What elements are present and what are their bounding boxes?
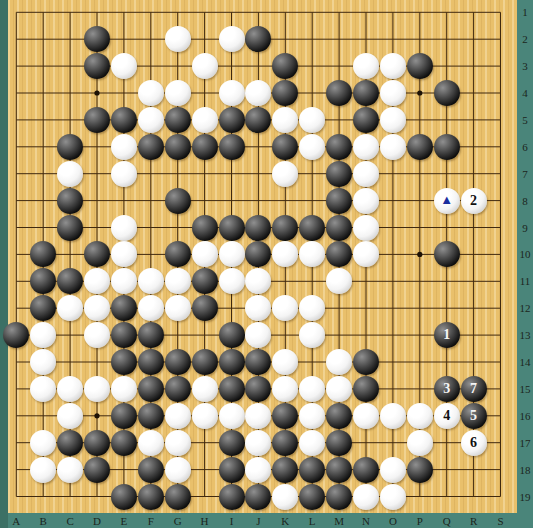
black-stone-M6[interactable]: [326, 134, 352, 160]
black-stone-N4[interactable]: [353, 80, 379, 106]
white-stone-I10[interactable]: [219, 241, 245, 267]
row-label-3: 3: [522, 60, 528, 72]
row-label-14: 14: [520, 356, 531, 368]
black-stone-M18[interactable]: [326, 457, 352, 483]
black-stone-P18[interactable]: [407, 457, 433, 483]
black-stone-L18[interactable]: [299, 457, 325, 483]
white-stone-H10[interactable]: [192, 241, 218, 267]
white-stone-B17[interactable]: [30, 430, 56, 456]
white-stone-N16[interactable]: [353, 403, 379, 429]
black-stone-R15[interactable]: 7: [461, 376, 487, 402]
white-stone-C16[interactable]: [57, 403, 83, 429]
white-stone-N6[interactable]: [353, 134, 379, 160]
row-label-8: 8: [522, 195, 528, 207]
black-stone-H11[interactable]: [192, 268, 218, 294]
row-label-16: 16: [520, 410, 531, 422]
row-label-5: 5: [522, 114, 528, 126]
col-label-K: K: [281, 515, 289, 527]
black-stone-E16[interactable]: [111, 403, 137, 429]
black-stone-J9[interactable]: [245, 215, 271, 241]
row-label-15: 15: [520, 383, 531, 395]
white-stone-H5[interactable]: [192, 107, 218, 133]
white-stone-I2[interactable]: [219, 26, 245, 52]
black-stone-J19[interactable]: [245, 484, 271, 510]
black-stone-N18[interactable]: [353, 457, 379, 483]
row-label-17: 17: [520, 437, 531, 449]
col-label-C: C: [66, 515, 73, 527]
black-stone-M9[interactable]: [326, 215, 352, 241]
white-stone-K5[interactable]: [272, 107, 298, 133]
col-label-G: G: [174, 515, 182, 527]
black-stone-H14[interactable]: [192, 349, 218, 375]
white-stone-E3[interactable]: [111, 53, 137, 79]
black-stone-I9[interactable]: [219, 215, 245, 241]
black-stone-H6[interactable]: [192, 134, 218, 160]
black-stone-G6[interactable]: [165, 134, 191, 160]
black-stone-C9[interactable]: [57, 215, 83, 241]
black-stone-M8[interactable]: [326, 188, 352, 214]
row-coordinate-strip: [517, 0, 533, 528]
white-stone-D12[interactable]: [84, 295, 110, 321]
col-label-S: S: [497, 515, 503, 527]
black-stone-E13[interactable]: [111, 322, 137, 348]
black-stone-N5[interactable]: [353, 107, 379, 133]
black-stone-F16[interactable]: [138, 403, 164, 429]
black-stone-I17[interactable]: [219, 430, 245, 456]
row-label-6: 6: [522, 141, 528, 153]
white-stone-P17[interactable]: [407, 430, 433, 456]
white-stone-G16[interactable]: [165, 403, 191, 429]
white-stone-O5[interactable]: [380, 107, 406, 133]
white-stone-B18[interactable]: [30, 457, 56, 483]
white-stone-H3[interactable]: [192, 53, 218, 79]
black-stone-R16[interactable]: 5: [461, 403, 487, 429]
row-label-10: 10: [520, 248, 531, 260]
black-stone-I15[interactable]: [219, 376, 245, 402]
black-stone-E19[interactable]: [111, 484, 137, 510]
black-stone-K17[interactable]: [272, 430, 298, 456]
black-stone-L9[interactable]: [299, 215, 325, 241]
black-stone-I18[interactable]: [219, 457, 245, 483]
black-stone-K16[interactable]: [272, 403, 298, 429]
black-stone-P6[interactable]: [407, 134, 433, 160]
row-label-13: 13: [520, 329, 531, 341]
black-stone-E14[interactable]: [111, 349, 137, 375]
white-stone-F12[interactable]: [138, 295, 164, 321]
move-number-label-2: 2: [470, 194, 477, 208]
black-stone-K6[interactable]: [272, 134, 298, 160]
black-stone-I19[interactable]: [219, 484, 245, 510]
black-stone-K9[interactable]: [272, 215, 298, 241]
white-stone-Q16[interactable]: 4: [434, 403, 460, 429]
white-stone-F17[interactable]: [138, 430, 164, 456]
white-stone-L15[interactable]: [299, 376, 325, 402]
black-stone-D3[interactable]: [84, 53, 110, 79]
white-stone-G4[interactable]: [165, 80, 191, 106]
white-stone-C7[interactable]: [57, 161, 83, 187]
black-stone-C17[interactable]: [57, 430, 83, 456]
black-stone-M17[interactable]: [326, 430, 352, 456]
black-stone-N15[interactable]: [353, 376, 379, 402]
row-label-7: 7: [522, 168, 528, 180]
black-stone-M4[interactable]: [326, 80, 352, 106]
row-label-4: 4: [522, 87, 528, 99]
black-stone-F13[interactable]: [138, 322, 164, 348]
col-label-E: E: [121, 515, 128, 527]
col-label-F: F: [148, 515, 154, 527]
white-stone-E7[interactable]: [111, 161, 137, 187]
white-stone-E6[interactable]: [111, 134, 137, 160]
white-stone-O6[interactable]: [380, 134, 406, 160]
white-stone-F4[interactable]: [138, 80, 164, 106]
col-label-I: I: [230, 515, 234, 527]
col-label-O: O: [389, 515, 397, 527]
white-stone-L5[interactable]: [299, 107, 325, 133]
white-stone-B14[interactable]: [30, 349, 56, 375]
white-stone-M14[interactable]: [326, 349, 352, 375]
white-stone-E11[interactable]: [111, 268, 137, 294]
black-stone-Q13[interactable]: 1: [434, 322, 460, 348]
black-stone-D5[interactable]: [84, 107, 110, 133]
black-stone-E12[interactable]: [111, 295, 137, 321]
white-stone-E9[interactable]: [111, 215, 137, 241]
white-stone-H15[interactable]: [192, 376, 218, 402]
white-stone-L6[interactable]: [299, 134, 325, 160]
white-stone-R17[interactable]: 6: [461, 430, 487, 456]
black-stone-M19[interactable]: [326, 484, 352, 510]
black-stone-E5[interactable]: [111, 107, 137, 133]
move-number-label-1: 1: [443, 328, 450, 342]
white-stone-C18[interactable]: [57, 457, 83, 483]
black-stone-C6[interactable]: [57, 134, 83, 160]
col-label-J: J: [256, 515, 260, 527]
black-stone-I13[interactable]: [219, 322, 245, 348]
col-label-H: H: [201, 515, 209, 527]
black-stone-P3[interactable]: [407, 53, 433, 79]
move-number-label-6: 6: [470, 436, 477, 450]
white-stone-F5[interactable]: [138, 107, 164, 133]
black-stone-Q6[interactable]: [434, 134, 460, 160]
black-stone-I5[interactable]: [219, 107, 245, 133]
row-label-19: 19: [520, 491, 531, 503]
black-stone-C8[interactable]: [57, 188, 83, 214]
white-stone-H16[interactable]: [192, 403, 218, 429]
row-label-1: 1: [522, 6, 528, 18]
black-stone-E17[interactable]: [111, 430, 137, 456]
black-stone-F6[interactable]: [138, 134, 164, 160]
move-number-label-4: 4: [443, 409, 450, 423]
white-stone-G2[interactable]: [165, 26, 191, 52]
white-stone-J16[interactable]: [245, 403, 271, 429]
black-stone-H9[interactable]: [192, 215, 218, 241]
black-stone-D18[interactable]: [84, 457, 110, 483]
white-stone-K7[interactable]: [272, 161, 298, 187]
move-number-label-7: 7: [470, 382, 477, 396]
white-stone-J17[interactable]: [245, 430, 271, 456]
white-stone-O18[interactable]: [380, 457, 406, 483]
black-stone-D2[interactable]: [84, 26, 110, 52]
black-stone-K18[interactable]: [272, 457, 298, 483]
white-stone-N8[interactable]: [353, 188, 379, 214]
white-stone-I4[interactable]: [219, 80, 245, 106]
black-stone-F14[interactable]: [138, 349, 164, 375]
white-stone-R8[interactable]: 2: [461, 188, 487, 214]
black-stone-G14[interactable]: [165, 349, 191, 375]
row-label-18: 18: [520, 464, 531, 476]
white-stone-L17[interactable]: [299, 430, 325, 456]
black-stone-F19[interactable]: [138, 484, 164, 510]
black-stone-G8[interactable]: [165, 188, 191, 214]
col-label-A: A: [12, 515, 20, 527]
white-stone-O4[interactable]: [380, 80, 406, 106]
column-coordinate-strip: [8, 513, 517, 528]
black-stone-L19[interactable]: [299, 484, 325, 510]
triangle-marker-icon: ▲: [440, 193, 453, 206]
black-stone-Q10[interactable]: [434, 241, 460, 267]
white-stone-D13[interactable]: [84, 322, 110, 348]
white-stone-M15[interactable]: [326, 376, 352, 402]
black-stone-G5[interactable]: [165, 107, 191, 133]
black-stone-G10[interactable]: [165, 241, 191, 267]
row-label-2: 2: [522, 33, 528, 45]
black-stone-I14[interactable]: [219, 349, 245, 375]
black-stone-G19[interactable]: [165, 484, 191, 510]
white-stone-N7[interactable]: [353, 161, 379, 187]
white-stone-G18[interactable]: [165, 457, 191, 483]
white-stone-N19[interactable]: [353, 484, 379, 510]
white-stone-C15[interactable]: [57, 376, 83, 402]
col-label-R: R: [470, 515, 477, 527]
move-number-label-3: 3: [443, 382, 450, 396]
white-stone-G11[interactable]: [165, 268, 191, 294]
col-label-D: D: [93, 515, 101, 527]
row-label-11: 11: [520, 275, 531, 287]
black-stone-D17[interactable]: [84, 430, 110, 456]
white-stone-J18[interactable]: [245, 457, 271, 483]
black-stone-Q15[interactable]: 3: [434, 376, 460, 402]
white-stone-O16[interactable]: [380, 403, 406, 429]
black-stone-I6[interactable]: [219, 134, 245, 160]
white-stone-G12[interactable]: [165, 295, 191, 321]
col-label-M: M: [334, 515, 344, 527]
white-stone-N3[interactable]: [353, 53, 379, 79]
white-stone-I16[interactable]: [219, 403, 245, 429]
move-number-label-5: 5: [470, 409, 477, 423]
col-label-L: L: [309, 515, 316, 527]
white-stone-Q8[interactable]: ▲: [434, 188, 460, 214]
black-stone-M7[interactable]: [326, 161, 352, 187]
white-stone-E15[interactable]: [111, 376, 137, 402]
white-stone-F11[interactable]: [138, 268, 164, 294]
black-stone-G15[interactable]: [165, 376, 191, 402]
left-edge-strip: [0, 0, 8, 528]
row-label-9: 9: [522, 222, 528, 234]
col-label-B: B: [40, 515, 47, 527]
white-stone-N9[interactable]: [353, 215, 379, 241]
black-stone-Q4[interactable]: [434, 80, 460, 106]
black-stone-H12[interactable]: [192, 295, 218, 321]
go-diagram: ABCDEFGHIJKLMNOPQRS123456789101112131415…: [0, 0, 533, 528]
black-stone-N14[interactable]: [353, 349, 379, 375]
white-stone-O3[interactable]: [380, 53, 406, 79]
col-label-P: P: [417, 515, 423, 527]
white-stone-O19[interactable]: [380, 484, 406, 510]
white-stone-I11[interactable]: [219, 268, 245, 294]
white-stone-P16[interactable]: [407, 403, 433, 429]
white-stone-K15[interactable]: [272, 376, 298, 402]
white-stone-D15[interactable]: [84, 376, 110, 402]
col-label-Q: Q: [443, 515, 451, 527]
white-stone-K19[interactable]: [272, 484, 298, 510]
black-stone-F15[interactable]: [138, 376, 164, 402]
black-stone-M16[interactable]: [326, 403, 352, 429]
black-stone-F18[interactable]: [138, 457, 164, 483]
white-stone-L16[interactable]: [299, 403, 325, 429]
col-label-N: N: [362, 515, 370, 527]
white-stone-G17[interactable]: [165, 430, 191, 456]
row-label-12: 12: [520, 302, 531, 314]
white-stone-B15[interactable]: [30, 376, 56, 402]
